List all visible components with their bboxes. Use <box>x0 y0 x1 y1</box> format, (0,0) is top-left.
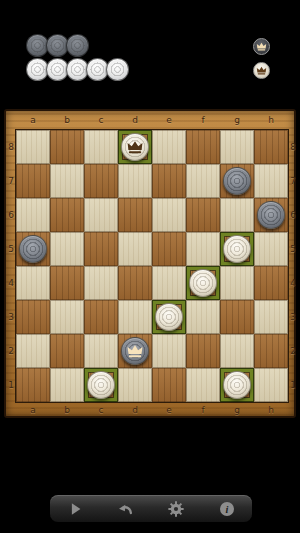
rank-label-left-8: 8 <box>6 142 16 152</box>
rank-label-right-1: 1 <box>288 380 298 390</box>
file-label-bottom-g: g <box>220 405 254 415</box>
file-label-bottom-e: e <box>152 405 186 415</box>
rank-label-right-7: 7 <box>288 176 298 186</box>
square-e4[interactable] <box>152 266 186 300</box>
square-e7[interactable] <box>152 164 186 198</box>
file-label-top-b: b <box>50 115 84 125</box>
dark-king-indicator <box>253 38 270 55</box>
square-h7[interactable] <box>254 164 288 198</box>
square-g3[interactable] <box>220 300 254 334</box>
square-c4[interactable] <box>84 266 118 300</box>
file-label-bottom-f: f <box>186 405 220 415</box>
file-label-top-c: c <box>84 115 118 125</box>
toolbar: i <box>50 495 252 522</box>
square-a4[interactable] <box>16 266 50 300</box>
info-icon: i <box>218 500 236 518</box>
board-squares <box>16 130 288 402</box>
square-h2[interactable] <box>254 334 288 368</box>
square-a1[interactable] <box>16 368 50 402</box>
file-label-bottom-h: h <box>254 405 288 415</box>
rank-label-left-6: 6 <box>6 210 16 220</box>
square-a8[interactable] <box>16 130 50 164</box>
square-a7[interactable] <box>16 164 50 198</box>
light-man-c1[interactable] <box>87 371 115 399</box>
crown-icon <box>256 42 267 51</box>
captured-light-piece <box>106 58 129 81</box>
rank-label-right-2: 2 <box>288 346 298 356</box>
settings-button[interactable] <box>164 498 188 520</box>
undo-button[interactable] <box>114 498 138 520</box>
file-label-bottom-a: a <box>16 405 50 415</box>
light-king-d8[interactable] <box>121 133 149 161</box>
dark-man-h6[interactable] <box>257 201 285 229</box>
square-a6[interactable] <box>16 198 50 232</box>
square-e5[interactable] <box>152 232 186 266</box>
square-e2[interactable] <box>152 334 186 368</box>
square-f3[interactable] <box>186 300 220 334</box>
square-d1[interactable] <box>118 368 152 402</box>
rank-label-right-8: 8 <box>288 142 298 152</box>
gear-icon <box>167 500 185 518</box>
square-h8[interactable] <box>254 130 288 164</box>
square-e8[interactable] <box>152 130 186 164</box>
square-e1[interactable] <box>152 368 186 402</box>
square-b7[interactable] <box>50 164 84 198</box>
file-label-top-e: e <box>152 115 186 125</box>
square-a3[interactable] <box>16 300 50 334</box>
info-button[interactable]: i <box>215 498 239 520</box>
rank-label-left-1: 1 <box>6 380 16 390</box>
square-g6[interactable] <box>220 198 254 232</box>
square-c2[interactable] <box>84 334 118 368</box>
square-f8[interactable] <box>186 130 220 164</box>
file-label-bottom-d: d <box>118 405 152 415</box>
square-b1[interactable] <box>50 368 84 402</box>
square-d3[interactable] <box>118 300 152 334</box>
rank-label-right-4: 4 <box>288 278 298 288</box>
play-icon <box>66 500 84 518</box>
file-label-top-d: d <box>118 115 152 125</box>
square-c8[interactable] <box>84 130 118 164</box>
crown-icon <box>126 140 144 154</box>
square-c7[interactable] <box>84 164 118 198</box>
square-f5[interactable] <box>186 232 220 266</box>
svg-text:i: i <box>225 503 228 514</box>
square-c5[interactable] <box>84 232 118 266</box>
square-b8[interactable] <box>50 130 84 164</box>
light-king-indicator <box>253 62 270 79</box>
square-d4[interactable] <box>118 266 152 300</box>
square-g2[interactable] <box>220 334 254 368</box>
square-f1[interactable] <box>186 368 220 402</box>
light-man-g5[interactable] <box>223 235 251 263</box>
rank-label-right-6: 6 <box>288 210 298 220</box>
square-f7[interactable] <box>186 164 220 198</box>
undo-icon <box>116 500 135 518</box>
dark-man-g7[interactable] <box>223 167 251 195</box>
rank-label-right-5: 5 <box>288 244 298 254</box>
file-label-top-h: h <box>254 115 288 125</box>
square-c6[interactable] <box>84 198 118 232</box>
dark-king-d2[interactable] <box>121 337 149 365</box>
checkers-board: aabbccddeeffgghh8877665544332211 <box>4 109 296 418</box>
square-f6[interactable] <box>186 198 220 232</box>
square-d5[interactable] <box>118 232 152 266</box>
play-button[interactable] <box>63 498 87 520</box>
square-f2[interactable] <box>186 334 220 368</box>
rank-label-left-3: 3 <box>6 312 16 322</box>
square-b4[interactable] <box>50 266 84 300</box>
square-h3[interactable] <box>254 300 288 334</box>
square-g4[interactable] <box>220 266 254 300</box>
rank-label-left-7: 7 <box>6 176 16 186</box>
square-h5[interactable] <box>254 232 288 266</box>
square-h1[interactable] <box>254 368 288 402</box>
file-label-top-a: a <box>16 115 50 125</box>
rank-label-left-2: 2 <box>6 346 16 356</box>
square-b3[interactable] <box>50 300 84 334</box>
square-b2[interactable] <box>50 334 84 368</box>
file-label-bottom-c: c <box>84 405 118 415</box>
square-g8[interactable] <box>220 130 254 164</box>
file-label-top-f: f <box>186 115 220 125</box>
square-c3[interactable] <box>84 300 118 334</box>
square-b5[interactable] <box>50 232 84 266</box>
app-screen: aabbccddeeffgghh8877665544332211 <box>0 0 300 533</box>
file-label-bottom-b: b <box>50 405 84 415</box>
square-h4[interactable] <box>254 266 288 300</box>
crown-icon <box>256 66 267 75</box>
captured-dark-piece <box>66 34 89 57</box>
light-man-g1[interactable] <box>223 371 251 399</box>
square-a2[interactable] <box>16 334 50 368</box>
rank-label-right-3: 3 <box>288 312 298 322</box>
square-d7[interactable] <box>118 164 152 198</box>
square-d6[interactable] <box>118 198 152 232</box>
square-b6[interactable] <box>50 198 84 232</box>
light-man-f4[interactable] <box>189 269 217 297</box>
rank-label-left-4: 4 <box>6 278 16 288</box>
dark-man-a5[interactable] <box>19 235 47 263</box>
square-e6[interactable] <box>152 198 186 232</box>
file-label-top-g: g <box>220 115 254 125</box>
crown-icon <box>126 344 144 358</box>
light-man-e3[interactable] <box>155 303 183 331</box>
rank-label-left-5: 5 <box>6 244 16 254</box>
